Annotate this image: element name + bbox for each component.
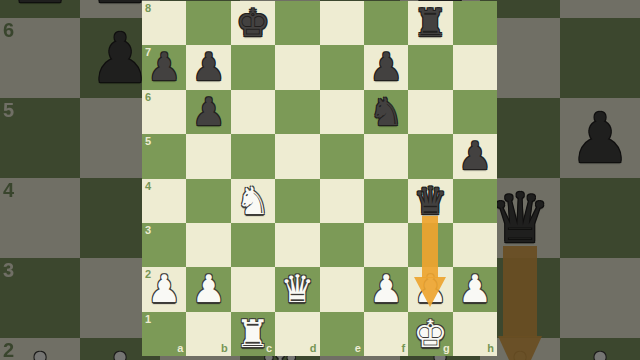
move-arrow-head	[498, 336, 542, 360]
square-a5: 5	[0, 98, 80, 178]
piece-black-rook[interactable]: ♜	[408, 1, 452, 45]
square-g8[interactable]: ♜	[408, 1, 452, 45]
square-f6[interactable]: ♞	[364, 90, 408, 134]
rank-label: 3	[3, 260, 14, 280]
move-arrow-shaft	[422, 216, 438, 279]
square-h7	[560, 0, 640, 18]
rank-label: 8	[145, 3, 151, 14]
square-a4[interactable]: 4	[142, 179, 186, 223]
piece-white-knight[interactable]: ♞	[231, 179, 275, 223]
square-d3[interactable]	[275, 223, 319, 267]
rank-label: 4	[145, 181, 151, 192]
square-b1[interactable]: b	[186, 312, 230, 356]
piece-white-pawn: ♟	[560, 338, 640, 360]
square-h5[interactable]: ♟	[453, 134, 497, 178]
square-h4[interactable]	[453, 179, 497, 223]
square-h8[interactable]	[453, 1, 497, 45]
square-a3: 3	[0, 258, 80, 338]
rank-label: 3	[145, 225, 151, 236]
piece-black-pawn[interactable]: ♟	[453, 134, 497, 178]
square-h2: ♟	[560, 338, 640, 360]
square-e8[interactable]	[320, 1, 364, 45]
file-label: d	[310, 343, 317, 354]
piece-black-king[interactable]: ♚	[231, 1, 275, 45]
square-d4[interactable]	[275, 179, 319, 223]
square-d1[interactable]: d	[275, 312, 319, 356]
square-b3[interactable]	[186, 223, 230, 267]
square-g1[interactable]: g♚	[408, 312, 452, 356]
square-b6[interactable]: ♟	[186, 90, 230, 134]
square-c1[interactable]: c♜	[231, 312, 275, 356]
square-c4[interactable]: ♞	[231, 179, 275, 223]
square-h7[interactable]	[453, 45, 497, 89]
piece-black-pawn[interactable]: ♟	[186, 90, 230, 134]
square-a2[interactable]: 2♟	[142, 267, 186, 311]
square-h1[interactable]: h	[453, 312, 497, 356]
square-b8[interactable]	[186, 1, 230, 45]
square-h4	[560, 178, 640, 258]
rank-label: 6	[3, 20, 14, 40]
file-label: e	[355, 343, 361, 354]
square-a1[interactable]: 1a	[142, 312, 186, 356]
piece-black-pawn[interactable]: ♟	[186, 45, 230, 89]
square-c6[interactable]	[231, 90, 275, 134]
square-c7[interactable]	[231, 45, 275, 89]
piece-black-pawn[interactable]: ♟	[142, 45, 186, 89]
square-b2[interactable]: ♟	[186, 267, 230, 311]
square-f3[interactable]	[364, 223, 408, 267]
square-d7[interactable]	[275, 45, 319, 89]
square-e1[interactable]: e	[320, 312, 364, 356]
piece-black-knight[interactable]: ♞	[364, 90, 408, 134]
square-a3[interactable]: 3	[142, 223, 186, 267]
square-g5[interactable]	[408, 134, 452, 178]
square-f2[interactable]: ♟	[364, 267, 408, 311]
square-f4[interactable]	[364, 179, 408, 223]
square-d6[interactable]	[275, 90, 319, 134]
rank-label: 5	[145, 136, 151, 147]
video-frame: 8♚♜7♟♟♟6♟♞5♟4♞♛32♟♟♛♟♟♟1abc♜defg♚h 8♚♜7♟…	[0, 0, 640, 360]
square-e6[interactable]	[320, 90, 364, 134]
move-arrow-shaft	[503, 246, 537, 337]
square-h2[interactable]: ♟	[453, 267, 497, 311]
piece-black-pawn: ♟	[0, 0, 80, 18]
square-a2: 2♟	[0, 338, 80, 360]
square-e2[interactable]	[320, 267, 364, 311]
piece-white-pawn: ♟	[0, 338, 80, 360]
piece-black-pawn[interactable]: ♟	[364, 45, 408, 89]
square-a7[interactable]: 7♟	[142, 45, 186, 89]
square-b5[interactable]	[186, 134, 230, 178]
file-label: f	[402, 343, 406, 354]
square-a6: 6	[0, 18, 80, 98]
piece-white-queen[interactable]: ♛	[275, 267, 319, 311]
square-f8[interactable]	[364, 1, 408, 45]
square-h3[interactable]	[453, 223, 497, 267]
square-a8[interactable]: 8	[142, 1, 186, 45]
square-a6[interactable]: 6	[142, 90, 186, 134]
square-e5[interactable]	[320, 134, 364, 178]
square-b7[interactable]: ♟	[186, 45, 230, 89]
piece-white-pawn[interactable]: ♟	[142, 267, 186, 311]
square-e4[interactable]	[320, 179, 364, 223]
square-c3[interactable]	[231, 223, 275, 267]
file-label: b	[221, 343, 228, 354]
file-label: h	[487, 343, 494, 354]
square-g6[interactable]	[408, 90, 452, 134]
square-f7[interactable]: ♟	[364, 45, 408, 89]
square-b4[interactable]	[186, 179, 230, 223]
rank-label: 6	[145, 92, 151, 103]
square-d2[interactable]: ♛	[275, 267, 319, 311]
square-f1[interactable]: f	[364, 312, 408, 356]
rank-label: 1	[145, 314, 151, 325]
square-e7[interactable]	[320, 45, 364, 89]
square-f5[interactable]	[364, 134, 408, 178]
square-c8[interactable]: ♚	[231, 1, 275, 45]
piece-white-rook[interactable]: ♜	[231, 312, 275, 356]
move-arrow-head	[414, 277, 446, 307]
rank-label: 4	[3, 180, 14, 200]
piece-white-pawn[interactable]: ♟	[186, 267, 230, 311]
square-h3	[560, 258, 640, 338]
square-d8[interactable]	[275, 1, 319, 45]
piece-white-king[interactable]: ♚	[408, 312, 452, 356]
square-c2[interactable]	[231, 267, 275, 311]
square-d5[interactable]	[275, 134, 319, 178]
square-c5[interactable]	[231, 134, 275, 178]
square-e3[interactable]	[320, 223, 364, 267]
square-h5: ♟	[560, 98, 640, 178]
square-h6	[560, 18, 640, 98]
square-a7: 7♟	[0, 0, 80, 18]
square-a4: 4	[0, 178, 80, 258]
chess-board[interactable]: 8♚♜7♟♟♟6♟♞5♟4♞♛32♟♟♛♟♟♟1abc♜defg♚h	[142, 1, 497, 356]
square-g7[interactable]	[408, 45, 452, 89]
piece-black-pawn: ♟	[560, 98, 640, 178]
rank-label: 5	[3, 100, 14, 120]
square-h6[interactable]	[453, 90, 497, 134]
piece-white-pawn[interactable]: ♟	[453, 267, 497, 311]
piece-white-pawn[interactable]: ♟	[364, 267, 408, 311]
square-a5[interactable]: 5	[142, 134, 186, 178]
file-label: a	[177, 343, 183, 354]
